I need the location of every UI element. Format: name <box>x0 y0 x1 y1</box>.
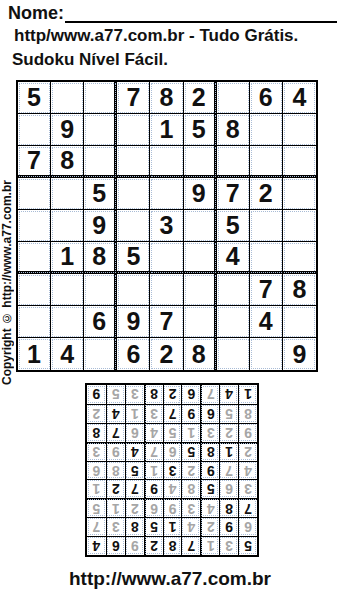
puzzle-cell-r3c1[interactable]: 7 <box>18 146 51 178</box>
site-tagline: http/www.a77.com.br - Tudo Grátis. <box>14 26 298 46</box>
puzzle-cell-r2c1[interactable] <box>18 114 51 146</box>
solution-cell-r7c9: 8 <box>87 423 106 442</box>
solution-cell-r4c3: 5 <box>200 479 219 498</box>
puzzle-cell-r6c2[interactable]: 1 <box>51 242 84 274</box>
solution-cell-r1c5: 8 <box>163 536 182 555</box>
puzzle-cell-r2c7[interactable]: 8 <box>217 114 250 146</box>
puzzle-cell-r7c8[interactable]: 7 <box>250 274 283 306</box>
solution-cell-r3c6: 6 <box>144 498 163 517</box>
solution-cell-r9c9: 9 <box>87 385 106 404</box>
solution-cell-r3c1: 7 <box>238 498 257 517</box>
solution-cell-r3c3: 4 <box>200 498 219 517</box>
puzzle-cell-r4c2[interactable] <box>51 178 84 210</box>
name-row: Nome: <box>8 2 337 23</box>
solution-cell-r2c4: 4 <box>181 517 200 536</box>
solution-cell-r5c9: 6 <box>87 461 106 480</box>
solution-cell-r5c3: 9 <box>200 461 219 480</box>
solution-cell-r2c9: 7 <box>87 517 106 536</box>
solution-cell-r3c5: 9 <box>163 498 182 517</box>
solution-cell-r4c4: 8 <box>181 479 200 498</box>
puzzle-cell-r4c9[interactable] <box>283 178 316 210</box>
puzzle-cell-r9c3[interactable] <box>84 338 117 370</box>
solution-cell-r6c2: 1 <box>219 442 238 461</box>
solution-cell-r6c5: 6 <box>163 442 182 461</box>
solution-cell-r3c2: 8 <box>219 498 238 517</box>
solution-cell-r9c6: 8 <box>144 385 163 404</box>
puzzle-cell-r7c5[interactable] <box>150 274 183 306</box>
puzzle-cell-r8c2[interactable] <box>51 306 84 338</box>
puzzle-cell-r8c7[interactable] <box>217 306 250 338</box>
solution-cell-r5c6: 1 <box>144 461 163 480</box>
solution-cell-r8c9: 2 <box>87 404 106 423</box>
solution-cell-r4c2: 6 <box>219 479 238 498</box>
solution-cell-r5c1: 4 <box>238 461 257 480</box>
puzzle-cell-r5c8[interactable] <box>250 210 283 242</box>
puzzle-cell-r8c6[interactable] <box>184 306 217 338</box>
puzzle-cell-r1c7[interactable] <box>217 82 250 114</box>
puzzle-cell-r7c7[interactable] <box>217 274 250 306</box>
puzzle-cell-r9c4[interactable]: 6 <box>117 338 150 370</box>
puzzle-cell-r6c5[interactable] <box>150 242 183 274</box>
solution-cell-r2c1: 6 <box>238 517 257 536</box>
puzzle-cell-r5c6[interactable] <box>184 210 217 242</box>
puzzle-cell-r1c6[interactable]: 2 <box>184 82 217 114</box>
puzzle-cell-r8c1[interactable] <box>18 306 51 338</box>
solution-cell-r4c6: 9 <box>144 479 163 498</box>
solution-cell-r8c1: 8 <box>238 404 257 423</box>
puzzle-cell-r2c2[interactable]: 9 <box>51 114 84 146</box>
puzzle-cell-r3c2[interactable]: 8 <box>51 146 84 178</box>
puzzle-cell-r3c3[interactable] <box>84 146 117 178</box>
puzzle-cell-r6c6[interactable] <box>184 242 217 274</box>
solution-cell-r8c5: 7 <box>163 404 182 423</box>
puzzle-cell-r2c4[interactable] <box>117 114 150 146</box>
puzzle-cell-r7c1[interactable] <box>18 274 51 306</box>
puzzle-cell-r1c2[interactable] <box>51 82 84 114</box>
puzzle-cell-r5c9[interactable] <box>283 210 316 242</box>
solution-cell-r4c9: 1 <box>87 479 106 498</box>
puzzle-cell-r8c9[interactable] <box>283 306 316 338</box>
solution-cell-r7c2: 2 <box>219 423 238 442</box>
puzzle-cell-r9c8[interactable] <box>250 338 283 370</box>
solution-cell-r6c7: 4 <box>125 442 144 461</box>
worksheet-page: Nome: http/www.a77.com.br - Tudo Grátis.… <box>0 0 340 596</box>
puzzle-cell-r6c3[interactable]: 8 <box>84 242 117 274</box>
puzzle-cell-r4c4[interactable] <box>117 178 150 210</box>
solution-cell-r1c9: 4 <box>87 536 106 555</box>
puzzle-cell-r5c2[interactable] <box>51 210 84 242</box>
solution-cell-r3c7: 2 <box>125 498 144 517</box>
puzzle-cell-r8c3[interactable]: 6 <box>84 306 117 338</box>
solution-cell-r7c7: 6 <box>125 423 144 442</box>
solution-cell-r3c8: 1 <box>106 498 125 517</box>
puzzle-cell-r1c1[interactable]: 5 <box>18 82 51 114</box>
solution-cell-r6c3: 8 <box>200 442 219 461</box>
puzzle-cell-r6c8[interactable] <box>250 242 283 274</box>
solution-cell-r6c6: 7 <box>144 442 163 461</box>
solution-cell-r5c2: 7 <box>219 461 238 480</box>
solution-cell-r8c6: 3 <box>144 404 163 423</box>
puzzle-cell-r3c8[interactable] <box>250 146 283 178</box>
solution-cell-r6c9: 3 <box>87 442 106 461</box>
puzzle-cell-r9c9[interactable]: 9 <box>283 338 316 370</box>
solution-cell-r6c1: 2 <box>238 442 257 461</box>
solution-cell-r1c8: 6 <box>106 536 125 555</box>
solution-cell-r2c5: 1 <box>163 517 182 536</box>
puzzle-cell-r4c5[interactable] <box>150 178 183 210</box>
puzzle-cell-r4c1[interactable] <box>18 178 51 210</box>
puzzle-cell-r7c3[interactable] <box>84 274 117 306</box>
solution-cell-r2c8: 3 <box>106 517 125 536</box>
solution-cell-r2c3: 2 <box>200 517 219 536</box>
puzzle-cell-r2c6[interactable]: 5 <box>184 114 217 146</box>
puzzle-cell-r3c4[interactable] <box>117 146 150 178</box>
puzzle-cell-r6c4[interactable]: 5 <box>117 242 150 274</box>
solution-cell-r8c7: 1 <box>125 404 144 423</box>
puzzle-cell-r2c8[interactable] <box>250 114 283 146</box>
solution-cell-r7c8: 7 <box>106 423 125 442</box>
solution-cell-r3c9: 5 <box>87 498 106 517</box>
solution-cell-r5c4: 2 <box>181 461 200 480</box>
puzzle-cell-r5c1[interactable] <box>18 210 51 242</box>
sudoku-puzzle-grid[interactable]: 57826491587859729351854786974146289 <box>16 80 318 372</box>
solution-cell-r9c4: 6 <box>181 385 200 404</box>
solution-cell-r7c3: 3 <box>200 423 219 442</box>
puzzle-cell-r6c7[interactable]: 4 <box>217 242 250 274</box>
puzzle-cell-r8c5[interactable]: 7 <box>150 306 183 338</box>
puzzle-cell-r9c6[interactable]: 8 <box>184 338 217 370</box>
puzzle-cell-r3c9[interactable] <box>283 146 316 178</box>
puzzle-cell-r9c5[interactable]: 2 <box>150 338 183 370</box>
solution-cell-r9c8: 5 <box>106 385 125 404</box>
puzzle-cell-r1c5[interactable]: 8 <box>150 82 183 114</box>
puzzle-cell-r2c5[interactable]: 1 <box>150 114 183 146</box>
solution-cell-r1c7: 9 <box>125 536 144 555</box>
solution-cell-r8c4: 9 <box>181 404 200 423</box>
solution-cell-r8c8: 4 <box>106 404 125 423</box>
puzzle-cell-r3c6[interactable] <box>184 146 217 178</box>
puzzle-cell-r1c8[interactable]: 6 <box>250 82 283 114</box>
puzzle-level-title: Sudoku Nível Fácil. <box>12 50 168 70</box>
footer-url: http://www.a77.com.br <box>0 568 340 590</box>
solution-cell-r5c7: 5 <box>125 461 144 480</box>
solution-cell-r6c4: 5 <box>181 442 200 461</box>
solution-cell-r8c3: 6 <box>200 404 219 423</box>
puzzle-cell-r4c7[interactable]: 7 <box>217 178 250 210</box>
puzzle-cell-r5c5[interactable]: 3 <box>150 210 183 242</box>
solution-cell-r9c3: 7 <box>200 385 219 404</box>
puzzle-cell-r5c7[interactable]: 5 <box>217 210 250 242</box>
puzzle-cell-r5c4[interactable] <box>117 210 150 242</box>
puzzle-cell-r4c3[interactable]: 5 <box>84 178 117 210</box>
solution-cell-r7c5: 5 <box>163 423 182 442</box>
name-blank-line[interactable] <box>65 2 337 23</box>
puzzle-cell-r6c9[interactable] <box>283 242 316 274</box>
solution-cell-r2c6: 5 <box>144 517 163 536</box>
copyright-text: Copyright © http://www.a77.com.br <box>0 136 15 430</box>
solution-cell-r9c2: 4 <box>219 385 238 404</box>
puzzle-cell-r2c3[interactable] <box>84 114 117 146</box>
solution-cell-r1c2: 3 <box>219 536 238 555</box>
puzzle-cell-r7c4[interactable] <box>117 274 150 306</box>
puzzle-cell-r4c6[interactable]: 9 <box>184 178 217 210</box>
solution-cell-r9c5: 2 <box>163 385 182 404</box>
sudoku-solution-grid: 5317829646924158377843962153658497214792… <box>85 383 259 557</box>
solution-cell-r4c5: 4 <box>163 479 182 498</box>
solution-cell-r7c4: 1 <box>181 423 200 442</box>
solution-cell-r5c8: 8 <box>106 461 125 480</box>
puzzle-cell-r3c5[interactable] <box>150 146 183 178</box>
solution-cell-r9c1: 1 <box>238 385 257 404</box>
puzzle-cell-r8c4[interactable]: 9 <box>117 306 150 338</box>
puzzle-cell-r9c7[interactable] <box>217 338 250 370</box>
solution-cell-r9c7: 3 <box>125 385 144 404</box>
puzzle-cell-r1c4[interactable]: 7 <box>117 82 150 114</box>
solution-cell-r1c6: 2 <box>144 536 163 555</box>
puzzle-cell-r7c6[interactable] <box>184 274 217 306</box>
solution-cell-r1c4: 7 <box>181 536 200 555</box>
solution-cell-r6c8: 9 <box>106 442 125 461</box>
solution-cell-r2c2: 9 <box>219 517 238 536</box>
puzzle-cell-r7c2[interactable] <box>51 274 84 306</box>
puzzle-cell-r6c1[interactable] <box>18 242 51 274</box>
solution-cell-r2c7: 8 <box>125 517 144 536</box>
solution-cell-r5c5: 3 <box>163 461 182 480</box>
solution-cell-r1c1: 5 <box>238 536 257 555</box>
puzzle-cell-r8c8[interactable]: 4 <box>250 306 283 338</box>
puzzle-cell-r7c9[interactable]: 8 <box>283 274 316 306</box>
puzzle-cell-r2c9[interactable] <box>283 114 316 146</box>
solution-cell-r3c4: 3 <box>181 498 200 517</box>
solution-cell-r8c2: 5 <box>219 404 238 423</box>
solution-cell-r4c1: 3 <box>238 479 257 498</box>
puzzle-cell-r5c3[interactable]: 9 <box>84 210 117 242</box>
solution-cell-r4c8: 2 <box>106 479 125 498</box>
puzzle-cell-r1c9[interactable]: 4 <box>283 82 316 114</box>
solution-cell-r4c7: 7 <box>125 479 144 498</box>
puzzle-cell-r9c2[interactable]: 4 <box>51 338 84 370</box>
name-label: Nome: <box>8 3 64 23</box>
solution-cell-r7c6: 4 <box>144 423 163 442</box>
puzzle-cell-r3c7[interactable] <box>217 146 250 178</box>
solution-cell-r1c3: 1 <box>200 536 219 555</box>
puzzle-cell-r9c1[interactable]: 1 <box>18 338 51 370</box>
puzzle-cell-r1c3[interactable] <box>84 82 117 114</box>
puzzle-cell-r4c8[interactable]: 2 <box>250 178 283 210</box>
solution-cell-r7c1: 9 <box>238 423 257 442</box>
